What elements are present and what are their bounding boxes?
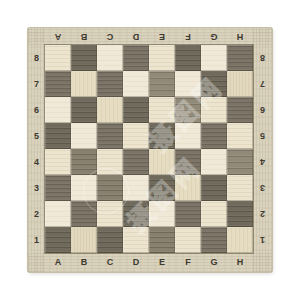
square-c3[interactable] bbox=[97, 175, 123, 201]
square-f5[interactable] bbox=[175, 123, 201, 149]
ranks-right-label-8: 8 bbox=[253, 45, 272, 71]
ranks-left-label-5: 5 bbox=[28, 123, 45, 149]
square-d7[interactable] bbox=[123, 71, 149, 97]
square-f2[interactable] bbox=[175, 201, 201, 227]
square-d8[interactable] bbox=[123, 45, 149, 71]
files-top-label-h: H bbox=[227, 32, 253, 41]
square-g8[interactable] bbox=[201, 45, 227, 71]
square-h8[interactable] bbox=[227, 45, 253, 71]
files-bottom-label-f: F bbox=[175, 258, 201, 267]
files-top-label-d: D bbox=[123, 32, 149, 41]
square-b3[interactable] bbox=[71, 175, 97, 201]
square-d4[interactable] bbox=[123, 149, 149, 175]
ranks-left: 87654321 bbox=[28, 45, 45, 253]
square-b1[interactable] bbox=[71, 227, 97, 253]
files-top: ABCDEFGH bbox=[45, 28, 253, 45]
square-d2[interactable] bbox=[123, 201, 149, 227]
square-c1[interactable] bbox=[97, 227, 123, 253]
ranks-right-label-3: 3 bbox=[253, 175, 272, 201]
chess-board: ABCDEFGH ABCDEFGH 87654321 87654321 bbox=[28, 28, 272, 272]
square-e7[interactable] bbox=[149, 71, 175, 97]
square-f1[interactable] bbox=[175, 227, 201, 253]
ranks-left-label-4: 4 bbox=[28, 149, 45, 175]
ranks-left-label-1: 1 bbox=[28, 227, 45, 253]
square-a3[interactable] bbox=[45, 175, 71, 201]
ranks-right-label-7: 7 bbox=[253, 71, 272, 97]
square-h3[interactable] bbox=[227, 175, 253, 201]
square-a5[interactable] bbox=[45, 123, 71, 149]
square-h2[interactable] bbox=[227, 201, 253, 227]
files-top-label-a: A bbox=[45, 32, 71, 41]
square-g2[interactable] bbox=[201, 201, 227, 227]
square-a7[interactable] bbox=[45, 71, 71, 97]
files-top-label-g: G bbox=[201, 32, 227, 41]
square-e8[interactable] bbox=[149, 45, 175, 71]
square-c5[interactable] bbox=[97, 123, 123, 149]
square-b2[interactable] bbox=[71, 201, 97, 227]
files-bottom-label-d: D bbox=[123, 258, 149, 267]
ranks-right-label-2: 2 bbox=[253, 201, 272, 227]
stock-photo-canvas: ABCDEFGH ABCDEFGH 87654321 87654321 摄图网 … bbox=[0, 0, 300, 300]
square-h5[interactable] bbox=[227, 123, 253, 149]
squares bbox=[45, 45, 253, 253]
square-a4[interactable] bbox=[45, 149, 71, 175]
square-d5[interactable] bbox=[123, 123, 149, 149]
square-c8[interactable] bbox=[97, 45, 123, 71]
files-top-label-b: B bbox=[71, 32, 97, 41]
square-f4[interactable] bbox=[175, 149, 201, 175]
square-d6[interactable] bbox=[123, 97, 149, 123]
square-c7[interactable] bbox=[97, 71, 123, 97]
square-g1[interactable] bbox=[201, 227, 227, 253]
files-top-label-f: F bbox=[175, 32, 201, 41]
square-a2[interactable] bbox=[45, 201, 71, 227]
square-f3[interactable] bbox=[175, 175, 201, 201]
square-h1[interactable] bbox=[227, 227, 253, 253]
square-g4[interactable] bbox=[201, 149, 227, 175]
files-bottom-label-b: B bbox=[71, 258, 97, 267]
ranks-left-label-8: 8 bbox=[28, 45, 45, 71]
files-bottom-label-e: E bbox=[149, 258, 175, 267]
ranks-left-label-2: 2 bbox=[28, 201, 45, 227]
square-h7[interactable] bbox=[227, 71, 253, 97]
square-b8[interactable] bbox=[71, 45, 97, 71]
square-h6[interactable] bbox=[227, 97, 253, 123]
ranks-left-label-3: 3 bbox=[28, 175, 45, 201]
square-f6[interactable] bbox=[175, 97, 201, 123]
ranks-right-label-5: 5 bbox=[253, 123, 272, 149]
square-b4[interactable] bbox=[71, 149, 97, 175]
square-g3[interactable] bbox=[201, 175, 227, 201]
square-c2[interactable] bbox=[97, 201, 123, 227]
square-c4[interactable] bbox=[97, 149, 123, 175]
files-bottom-label-a: A bbox=[45, 258, 71, 267]
square-e5[interactable] bbox=[149, 123, 175, 149]
ranks-left-label-7: 7 bbox=[28, 71, 45, 97]
square-g6[interactable] bbox=[201, 97, 227, 123]
files-bottom-label-h: H bbox=[227, 258, 253, 267]
square-a6[interactable] bbox=[45, 97, 71, 123]
square-f7[interactable] bbox=[175, 71, 201, 97]
square-b6[interactable] bbox=[71, 97, 97, 123]
files-top-label-e: E bbox=[149, 32, 175, 41]
square-g7[interactable] bbox=[201, 71, 227, 97]
files-bottom-label-g: G bbox=[201, 258, 227, 267]
square-a8[interactable] bbox=[45, 45, 71, 71]
square-e2[interactable] bbox=[149, 201, 175, 227]
square-e4[interactable] bbox=[149, 149, 175, 175]
square-e3[interactable] bbox=[149, 175, 175, 201]
square-d3[interactable] bbox=[123, 175, 149, 201]
square-d1[interactable] bbox=[123, 227, 149, 253]
square-c6[interactable] bbox=[97, 97, 123, 123]
ranks-left-label-6: 6 bbox=[28, 97, 45, 123]
square-e1[interactable] bbox=[149, 227, 175, 253]
ranks-right-label-4: 4 bbox=[253, 149, 272, 175]
ranks-right-label-1: 1 bbox=[253, 227, 272, 253]
ranks-right-label-6: 6 bbox=[253, 97, 272, 123]
files-bottom-label-c: C bbox=[97, 258, 123, 267]
square-a1[interactable] bbox=[45, 227, 71, 253]
square-b7[interactable] bbox=[71, 71, 97, 97]
square-b5[interactable] bbox=[71, 123, 97, 149]
files-top-label-c: C bbox=[97, 32, 123, 41]
ranks-right: 87654321 bbox=[253, 45, 272, 253]
square-g5[interactable] bbox=[201, 123, 227, 149]
square-h4[interactable] bbox=[227, 149, 253, 175]
files-bottom: ABCDEFGH bbox=[45, 253, 253, 272]
square-f8[interactable] bbox=[175, 45, 201, 71]
square-e6[interactable] bbox=[149, 97, 175, 123]
